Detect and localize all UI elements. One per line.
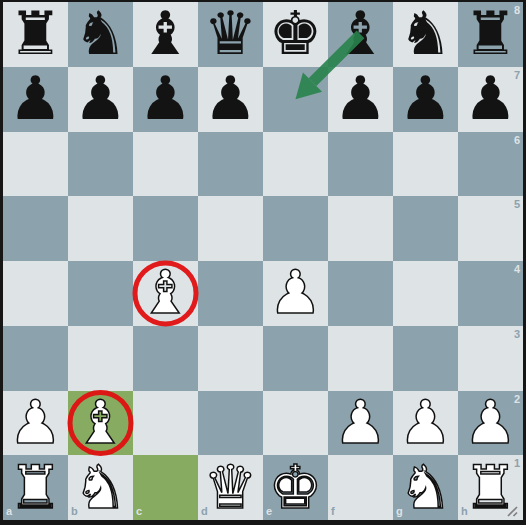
square-h7[interactable]: ♟7 <box>458 67 523 132</box>
square-c7[interactable]: ♟ <box>133 67 198 132</box>
file-label-f: f <box>331 506 335 517</box>
square-f2[interactable]: ♟ <box>328 391 393 456</box>
square-g7[interactable]: ♟ <box>393 67 458 132</box>
rank-label-8: 8 <box>514 5 520 16</box>
square-b8[interactable]: ♞ <box>68 2 133 67</box>
square-a8[interactable]: ♜ <box>3 2 68 67</box>
square-d2[interactable] <box>198 391 263 456</box>
square-c3[interactable] <box>133 326 198 391</box>
square-e5[interactable] <box>263 196 328 261</box>
square-c1[interactable]: c <box>133 455 198 520</box>
file-label-e: e <box>266 506 272 517</box>
piece-white-pawn[interactable]: ♟ <box>464 392 518 454</box>
rank-label-3: 3 <box>514 329 520 340</box>
file-label-d: d <box>201 506 208 517</box>
square-g3[interactable] <box>393 326 458 391</box>
square-d8[interactable]: ♛ <box>198 2 263 67</box>
piece-white-rook[interactable]: ♜ <box>9 457 63 519</box>
square-c6[interactable] <box>133 132 198 197</box>
square-b1[interactable]: ♞b <box>68 455 133 520</box>
piece-white-bishop[interactable]: ♝ <box>139 262 193 324</box>
piece-black-pawn[interactable]: ♟ <box>204 68 258 130</box>
square-h8[interactable]: ♜8 <box>458 2 523 67</box>
chess-board: ♜♞♝♛♚♝♞♜8♟♟♟♟♟♟♟765♝♟43♟♝♟♟♟2♜a♞bc♛d♚ef♞… <box>3 2 523 520</box>
square-a3[interactable] <box>3 326 68 391</box>
piece-black-rook[interactable]: ♜ <box>9 3 63 65</box>
square-e1[interactable]: ♚e <box>263 455 328 520</box>
square-h5[interactable]: 5 <box>458 196 523 261</box>
piece-black-queen[interactable]: ♛ <box>204 3 258 65</box>
square-d7[interactable]: ♟ <box>198 67 263 132</box>
square-f8[interactable]: ♝ <box>328 2 393 67</box>
square-e6[interactable] <box>263 132 328 197</box>
square-b6[interactable] <box>68 132 133 197</box>
square-h6[interactable]: 6 <box>458 132 523 197</box>
square-d5[interactable] <box>198 196 263 261</box>
square-d1[interactable]: ♛d <box>198 455 263 520</box>
piece-black-pawn[interactable]: ♟ <box>334 68 388 130</box>
piece-white-rook[interactable]: ♜ <box>464 457 518 519</box>
piece-black-bishop[interactable]: ♝ <box>334 3 388 65</box>
square-f6[interactable] <box>328 132 393 197</box>
square-g5[interactable] <box>393 196 458 261</box>
square-e3[interactable] <box>263 326 328 391</box>
square-a2[interactable]: ♟ <box>3 391 68 456</box>
rank-label-2: 2 <box>514 394 520 405</box>
piece-white-king[interactable]: ♚ <box>269 457 323 519</box>
square-f4[interactable] <box>328 261 393 326</box>
piece-white-pawn[interactable]: ♟ <box>399 392 453 454</box>
piece-black-knight[interactable]: ♞ <box>399 3 453 65</box>
square-c2[interactable] <box>133 391 198 456</box>
rank-label-6: 6 <box>514 135 520 146</box>
piece-black-pawn[interactable]: ♟ <box>464 68 518 130</box>
square-h3[interactable]: 3 <box>458 326 523 391</box>
board-frame: ♜♞♝♛♚♝♞♜8♟♟♟♟♟♟♟765♝♟43♟♝♟♟♟2♜a♞bc♛d♚ef♞… <box>0 0 526 525</box>
square-e7[interactable] <box>263 67 328 132</box>
square-c4[interactable]: ♝ <box>133 261 198 326</box>
square-h2[interactable]: ♟2 <box>458 391 523 456</box>
piece-white-knight[interactable]: ♞ <box>399 457 453 519</box>
square-g4[interactable] <box>393 261 458 326</box>
piece-black-pawn[interactable]: ♟ <box>74 68 128 130</box>
square-e8[interactable]: ♚ <box>263 2 328 67</box>
square-b4[interactable] <box>68 261 133 326</box>
piece-white-bishop[interactable]: ♝ <box>74 392 128 454</box>
rank-label-5: 5 <box>514 199 520 210</box>
file-label-h: h <box>461 506 468 517</box>
square-b7[interactable]: ♟ <box>68 67 133 132</box>
rank-label-1: 1 <box>514 458 520 469</box>
square-c5[interactable] <box>133 196 198 261</box>
piece-black-king[interactable]: ♚ <box>269 3 323 65</box>
square-d6[interactable] <box>198 132 263 197</box>
square-d4[interactable] <box>198 261 263 326</box>
square-f3[interactable] <box>328 326 393 391</box>
file-label-c: c <box>136 506 142 517</box>
file-label-b: b <box>71 506 78 517</box>
square-a7[interactable]: ♟ <box>3 67 68 132</box>
square-a5[interactable] <box>3 196 68 261</box>
rank-label-4: 4 <box>514 264 520 275</box>
piece-black-pawn[interactable]: ♟ <box>399 68 453 130</box>
square-e2[interactable] <box>263 391 328 456</box>
piece-black-pawn[interactable]: ♟ <box>139 68 193 130</box>
square-g2[interactable]: ♟ <box>393 391 458 456</box>
piece-white-queen[interactable]: ♛ <box>204 457 258 519</box>
piece-white-knight[interactable]: ♞ <box>74 457 128 519</box>
square-b2[interactable]: ♝ <box>68 391 133 456</box>
square-b5[interactable] <box>68 196 133 261</box>
square-a6[interactable] <box>3 132 68 197</box>
piece-white-pawn[interactable]: ♟ <box>334 392 388 454</box>
square-a4[interactable] <box>3 261 68 326</box>
square-g8[interactable]: ♞ <box>393 2 458 67</box>
square-c8[interactable]: ♝ <box>133 2 198 67</box>
piece-black-bishop[interactable]: ♝ <box>139 3 193 65</box>
square-d3[interactable] <box>198 326 263 391</box>
square-f7[interactable]: ♟ <box>328 67 393 132</box>
square-g6[interactable] <box>393 132 458 197</box>
piece-white-pawn[interactable]: ♟ <box>9 392 63 454</box>
square-g1[interactable]: ♞g <box>393 455 458 520</box>
piece-black-pawn[interactable]: ♟ <box>9 68 63 130</box>
square-h4[interactable]: 4 <box>458 261 523 326</box>
rank-label-7: 7 <box>514 70 520 81</box>
piece-white-pawn[interactable]: ♟ <box>269 262 323 324</box>
square-h1[interactable]: ♜h1 <box>458 455 523 520</box>
square-f1[interactable]: f <box>328 455 393 520</box>
square-f5[interactable] <box>328 196 393 261</box>
square-a1[interactable]: ♜a <box>3 455 68 520</box>
file-label-g: g <box>396 506 403 517</box>
square-b3[interactable] <box>68 326 133 391</box>
square-e4[interactable]: ♟ <box>263 261 328 326</box>
file-label-a: a <box>6 506 12 517</box>
piece-black-rook[interactable]: ♜ <box>464 3 518 65</box>
piece-black-knight[interactable]: ♞ <box>74 3 128 65</box>
